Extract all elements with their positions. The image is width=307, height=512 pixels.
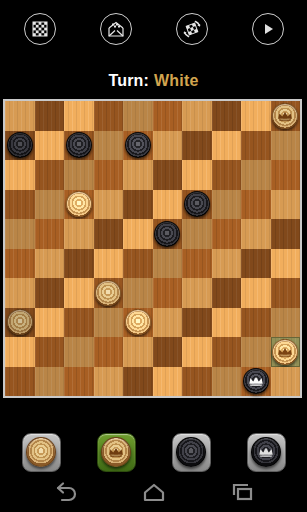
palette-black-king-button[interactable] — [247, 433, 286, 472]
black-king — [243, 368, 269, 394]
square-7-9[interactable] — [241, 278, 271, 308]
square-6-8[interactable] — [212, 249, 242, 279]
new-board-button[interactable] — [24, 13, 56, 45]
square-3-3[interactable] — [64, 160, 94, 190]
white-man-preview — [26, 437, 56, 467]
square-7-10[interactable] — [271, 278, 301, 308]
play-icon — [259, 20, 277, 38]
square-8-10[interactable] — [271, 308, 301, 338]
square-1-5[interactable] — [123, 101, 153, 131]
square-3-5[interactable] — [123, 160, 153, 190]
square-9-7[interactable] — [182, 337, 212, 367]
square-6-10[interactable] — [271, 249, 301, 279]
square-4-2[interactable] — [35, 190, 65, 220]
recents-icon — [229, 481, 255, 503]
square-7-2[interactable] — [35, 278, 65, 308]
square-10-6[interactable] — [153, 367, 183, 397]
board — [3, 99, 302, 398]
square-7-4[interactable] — [94, 278, 124, 308]
square-4-1[interactable] — [5, 190, 35, 220]
square-3-1[interactable] — [5, 160, 35, 190]
square-6-3[interactable] — [64, 249, 94, 279]
square-2-9[interactable] — [241, 131, 271, 161]
toolbar — [0, 0, 307, 58]
square-9-2[interactable] — [35, 337, 65, 367]
square-7-8[interactable] — [212, 278, 242, 308]
square-1-10[interactable] — [271, 101, 301, 131]
square-5-2[interactable] — [35, 219, 65, 249]
black-man — [125, 132, 151, 158]
square-9-8[interactable] — [212, 337, 242, 367]
white-man — [66, 191, 92, 217]
square-9-3[interactable] — [64, 337, 94, 367]
home-button[interactable] — [141, 481, 167, 503]
square-6-9[interactable] — [241, 249, 271, 279]
square-10-2[interactable] — [35, 367, 65, 397]
square-5-7[interactable] — [182, 219, 212, 249]
square-7-7[interactable] — [182, 278, 212, 308]
square-2-2[interactable] — [35, 131, 65, 161]
square-8-1[interactable] — [5, 308, 35, 338]
square-8-6[interactable] — [153, 308, 183, 338]
square-10-1[interactable] — [5, 367, 35, 397]
square-4-9[interactable] — [241, 190, 271, 220]
square-8-2[interactable] — [35, 308, 65, 338]
square-10-4[interactable] — [94, 367, 124, 397]
square-6-2[interactable] — [35, 249, 65, 279]
square-1-8[interactable] — [212, 101, 242, 131]
square-4-4[interactable] — [94, 190, 124, 220]
square-6-1[interactable] — [5, 249, 35, 279]
square-2-7[interactable] — [182, 131, 212, 161]
piece-palette — [0, 432, 307, 472]
square-5-4[interactable] — [94, 219, 124, 249]
square-3-10[interactable] — [271, 160, 301, 190]
white-man — [7, 309, 33, 335]
square-7-3[interactable] — [64, 278, 94, 308]
square-7-6[interactable] — [153, 278, 183, 308]
square-3-6[interactable] — [153, 160, 183, 190]
square-4-8[interactable] — [212, 190, 242, 220]
square-8-9[interactable] — [241, 308, 271, 338]
black-man — [154, 221, 180, 247]
square-9-1[interactable] — [5, 337, 35, 367]
white-man — [95, 280, 121, 306]
black-man — [7, 132, 33, 158]
turn-indicator: Turn:White — [0, 72, 307, 90]
square-9-5[interactable] — [123, 337, 153, 367]
black-king-preview — [251, 437, 281, 467]
rotate-board-button[interactable] — [176, 13, 208, 45]
square-4-5[interactable] — [123, 190, 153, 220]
screen: Turn:White — [0, 0, 307, 512]
palette-white-man-button[interactable] — [22, 433, 61, 472]
square-1-4[interactable] — [94, 101, 124, 131]
square-6-7[interactable] — [182, 249, 212, 279]
square-3-9[interactable] — [241, 160, 271, 190]
square-4-10[interactable] — [271, 190, 301, 220]
square-9-9[interactable] — [241, 337, 271, 367]
white-king — [272, 103, 298, 129]
square-5-10[interactable] — [271, 219, 301, 249]
envelope-open-icon — [106, 19, 126, 39]
square-3-8[interactable] — [212, 160, 242, 190]
square-8-4[interactable] — [94, 308, 124, 338]
square-1-9[interactable] — [241, 101, 271, 131]
square-5-6[interactable] — [153, 219, 183, 249]
load-position-button[interactable] — [100, 13, 132, 45]
square-5-3[interactable] — [64, 219, 94, 249]
square-8-8[interactable] — [212, 308, 242, 338]
square-3-4[interactable] — [94, 160, 124, 190]
square-3-2[interactable] — [35, 160, 65, 190]
white-king — [272, 339, 298, 365]
square-4-6[interactable] — [153, 190, 183, 220]
square-9-4[interactable] — [94, 337, 124, 367]
checkerboard-icon — [31, 20, 49, 38]
square-1-3[interactable] — [64, 101, 94, 131]
square-6-4[interactable] — [94, 249, 124, 279]
square-2-6[interactable] — [153, 131, 183, 161]
square-10-9[interactable] — [241, 367, 271, 397]
square-2-10[interactable] — [271, 131, 301, 161]
recents-button[interactable] — [229, 481, 255, 503]
square-7-1[interactable] — [5, 278, 35, 308]
home-icon — [141, 481, 167, 503]
square-10-3[interactable] — [64, 367, 94, 397]
square-5-5[interactable] — [123, 219, 153, 249]
white-man — [125, 309, 151, 335]
black-man-preview — [176, 437, 206, 467]
square-10-8[interactable] — [212, 367, 242, 397]
square-2-3[interactable] — [64, 131, 94, 161]
square-5-9[interactable] — [241, 219, 271, 249]
square-8-7[interactable] — [182, 308, 212, 338]
square-9-10[interactable] — [271, 337, 301, 367]
black-man — [66, 132, 92, 158]
square-7-5[interactable] — [123, 278, 153, 308]
back-button[interactable] — [53, 481, 79, 503]
square-9-6[interactable] — [153, 337, 183, 367]
back-icon — [53, 481, 79, 503]
turn-value: White — [154, 72, 199, 89]
square-2-1[interactable] — [5, 131, 35, 161]
turn-label: Turn: — [108, 72, 149, 89]
palette-black-man-button[interactable] — [172, 433, 211, 472]
square-5-1[interactable] — [5, 219, 35, 249]
square-8-5[interactable] — [123, 308, 153, 338]
square-6-5[interactable] — [123, 249, 153, 279]
black-man — [184, 191, 210, 217]
square-2-8[interactable] — [212, 131, 242, 161]
android-navbar — [0, 472, 307, 512]
square-1-2[interactable] — [35, 101, 65, 131]
square-4-7[interactable] — [182, 190, 212, 220]
square-1-6[interactable] — [153, 101, 183, 131]
square-3-7[interactable] — [182, 160, 212, 190]
square-5-8[interactable] — [212, 219, 242, 249]
white-king-preview — [101, 437, 131, 467]
square-2-4[interactable] — [94, 131, 124, 161]
palette-white-king-button[interactable] — [97, 433, 136, 472]
play-button[interactable] — [252, 13, 284, 45]
square-2-5[interactable] — [123, 131, 153, 161]
square-1-1[interactable] — [5, 101, 35, 131]
square-8-3[interactable] — [64, 308, 94, 338]
square-10-5[interactable] — [123, 367, 153, 397]
square-4-3[interactable] — [64, 190, 94, 220]
square-6-6[interactable] — [153, 249, 183, 279]
rotate-board-icon — [182, 19, 202, 39]
square-10-7[interactable] — [182, 367, 212, 397]
square-1-7[interactable] — [182, 101, 212, 131]
square-10-10[interactable] — [271, 367, 301, 397]
